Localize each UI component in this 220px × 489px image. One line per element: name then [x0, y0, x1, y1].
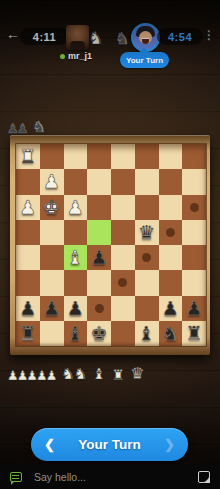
menu-dots-icon[interactable]: ⋮ — [203, 28, 215, 42]
piece-white-pawn-g2[interactable]: ♟ — [43, 172, 60, 191]
square-g7[interactable]: ♟ — [40, 296, 64, 321]
piece-white-pawn-f3[interactable]: ♟ — [67, 198, 84, 217]
square-a6[interactable] — [182, 270, 206, 295]
square-e6[interactable] — [87, 270, 111, 295]
your-turn-button-label: Your Turn — [78, 437, 141, 452]
chess-board: ♜♟♟♚♟♛♝♟♟♟♟♟♟♜♝♚♝♞♜ — [15, 143, 207, 347]
square-a4[interactable] — [182, 220, 206, 245]
square-f3[interactable]: ♟ — [64, 195, 88, 220]
square-g8[interactable] — [40, 321, 64, 346]
chat-bar[interactable]: Say hello... — [0, 464, 220, 489]
piece-black-pawn-b7[interactable]: ♟ — [162, 299, 179, 318]
captured-white-pawn: ♟ — [46, 369, 58, 382]
square-e8[interactable]: ♚ — [87, 321, 111, 346]
square-d4[interactable] — [111, 220, 135, 245]
square-e2[interactable] — [87, 169, 111, 194]
square-d7[interactable] — [111, 296, 135, 321]
move-hint-dot-c5[interactable] — [142, 253, 151, 262]
square-c2[interactable] — [135, 169, 159, 194]
captured-black-pawn: ♟ — [17, 122, 29, 135]
piece-black-bishop-f8[interactable]: ♝ — [67, 324, 84, 343]
piece-black-queen-c4[interactable]: ♛ — [138, 223, 155, 242]
square-c6[interactable] — [135, 270, 159, 295]
square-c3[interactable] — [135, 195, 159, 220]
sticker-icon[interactable] — [198, 471, 210, 483]
square-b1[interactable] — [159, 144, 183, 169]
square-c8[interactable]: ♝ — [135, 321, 159, 346]
move-hint-dot-b4[interactable] — [166, 228, 175, 237]
square-h8[interactable]: ♜ — [16, 321, 40, 346]
square-c4[interactable]: ♛ — [135, 220, 159, 245]
square-d5[interactable] — [111, 245, 135, 270]
square-h7[interactable]: ♟ — [16, 296, 40, 321]
square-h4[interactable] — [16, 220, 40, 245]
square-h5[interactable] — [16, 245, 40, 270]
square-g4[interactable] — [40, 220, 64, 245]
captured-white-knight: ♞ — [74, 367, 87, 382]
prev-move-chevron-icon[interactable]: ❮ — [44, 428, 55, 461]
piece-black-rook-a8[interactable]: ♜ — [186, 324, 203, 343]
square-c5[interactable] — [135, 245, 159, 270]
captured-white-queen: ♛ — [130, 366, 144, 382]
square-b5[interactable] — [159, 245, 183, 270]
captured-white-knight: ♞ — [61, 367, 74, 382]
square-b6[interactable] — [159, 270, 183, 295]
piece-white-pawn-h3[interactable]: ♟ — [19, 198, 36, 217]
square-b7[interactable]: ♟ — [159, 296, 183, 321]
piece-black-pawn-g7[interactable]: ♟ — [43, 299, 60, 318]
message-icon[interactable] — [10, 472, 22, 482]
square-a8[interactable]: ♜ — [182, 321, 206, 346]
square-g5[interactable] — [40, 245, 64, 270]
chat-placeholder[interactable]: Say hello... — [34, 471, 86, 483]
captured-pieces-bottom-tray: ♟♟♟♟♟♞♞♝♜♛ — [7, 359, 145, 382]
captured-white-bishop: ♝ — [92, 367, 105, 382]
square-f6[interactable] — [64, 270, 88, 295]
square-e1[interactable] — [87, 144, 111, 169]
move-hint-dot-e7[interactable] — [95, 304, 104, 313]
piece-black-pawn-a7[interactable]: ♟ — [186, 299, 203, 318]
square-f2[interactable] — [64, 169, 88, 194]
square-g2[interactable]: ♟ — [40, 169, 64, 194]
square-f7[interactable]: ♟ — [64, 296, 88, 321]
square-h3[interactable]: ♟ — [16, 195, 40, 220]
black-player-avatar[interactable] — [131, 23, 160, 52]
square-b3[interactable] — [159, 195, 183, 220]
online-dot-icon — [60, 54, 65, 59]
square-d2[interactable] — [111, 169, 135, 194]
square-b4[interactable] — [159, 220, 183, 245]
white-knight-icon: ♞ — [88, 30, 103, 47]
square-h2[interactable] — [16, 169, 40, 194]
square-g6[interactable] — [40, 270, 64, 295]
square-e5[interactable]: ♟ — [87, 245, 111, 270]
move-hint-dot-a3[interactable] — [190, 203, 199, 212]
square-f1[interactable] — [64, 144, 88, 169]
square-f8[interactable]: ♝ — [64, 321, 88, 346]
square-h1[interactable]: ♜ — [16, 144, 40, 169]
your-turn-bubble: Your Turn — [120, 52, 169, 68]
white-player-avatar[interactable] — [66, 25, 89, 50]
white-player-clock: 4:11 — [20, 28, 69, 45]
piece-white-rook-h1[interactable]: ♜ — [19, 147, 36, 166]
captured-black-knight: ♞ — [32, 120, 45, 135]
square-g1[interactable] — [40, 144, 64, 169]
player-nickname: mr_j1 — [68, 51, 92, 61]
white-player-name: mr_j1 — [60, 51, 92, 61]
piece-black-knight-b8[interactable]: ♞ — [162, 324, 179, 343]
square-a2[interactable] — [182, 169, 206, 194]
square-d3[interactable] — [111, 195, 135, 220]
square-d6[interactable] — [111, 270, 135, 295]
app-screen: ← 4:11 ♞ ♞ 4:54 ⋮ mr_j1 Your Turn ♟♟♞ ♜♟… — [0, 0, 220, 489]
square-e3[interactable] — [87, 195, 111, 220]
square-c1[interactable] — [135, 144, 159, 169]
black-player-clock: 4:54 — [157, 28, 203, 45]
white-clock-time: 4:11 — [33, 31, 56, 43]
square-a7[interactable]: ♟ — [182, 296, 206, 321]
black-clock-time: 4:54 — [168, 31, 192, 43]
piece-white-bishop-f5[interactable]: ♝ — [67, 248, 84, 267]
piece-black-pawn-h7[interactable]: ♟ — [19, 299, 36, 318]
square-b8[interactable]: ♞ — [159, 321, 183, 346]
square-e4[interactable] — [87, 220, 111, 245]
move-hint-dot-d6[interactable] — [118, 278, 127, 287]
square-d1[interactable] — [111, 144, 135, 169]
piece-black-pawn-e5[interactable]: ♟ — [91, 248, 108, 267]
square-f5[interactable]: ♝ — [64, 245, 88, 270]
piece-black-pawn-f7[interactable]: ♟ — [67, 299, 84, 318]
your-turn-button[interactable]: ❮ Your Turn ❯ — [31, 428, 188, 461]
next-move-chevron-icon[interactable]: ❯ — [164, 428, 175, 461]
square-g3[interactable]: ♚ — [40, 195, 64, 220]
back-arrow-icon[interactable]: ← — [6, 27, 20, 41]
square-a5[interactable] — [182, 245, 206, 270]
piece-black-rook-h8[interactable]: ♜ — [19, 324, 36, 343]
square-b2[interactable] — [159, 169, 183, 194]
board-frame: ♜♟♟♚♟♛♝♟♟♟♟♟♟♜♝♚♝♞♜ — [10, 135, 210, 355]
square-e7[interactable] — [87, 296, 111, 321]
black-knight-icon: ♞ — [115, 31, 129, 47]
captured-white-rook: ♜ — [112, 368, 125, 382]
square-a1[interactable] — [182, 144, 206, 169]
square-a3[interactable] — [182, 195, 206, 220]
square-h6[interactable] — [16, 270, 40, 295]
captured-pieces-top-tray: ♟♟♞ — [7, 117, 45, 135]
piece-black-bishop-c8[interactable]: ♝ — [138, 324, 155, 343]
piece-black-king-e8[interactable]: ♚ — [91, 324, 108, 343]
piece-white-king-g3[interactable]: ♚ — [43, 198, 60, 217]
square-f4[interactable] — [64, 220, 88, 245]
your-turn-bubble-label: Your Turn — [126, 56, 163, 65]
square-d8[interactable] — [111, 321, 135, 346]
square-c7[interactable] — [135, 296, 159, 321]
